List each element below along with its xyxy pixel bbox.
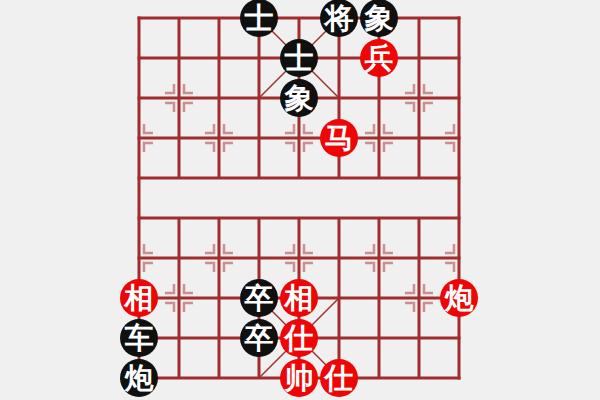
black-advisor-a[interactable]: 士	[240, 0, 278, 37]
black-advisor-b[interactable]: 士	[280, 39, 318, 77]
red-advisor-a[interactable]: 仕	[280, 319, 318, 357]
red-horse[interactable]: 马	[320, 119, 358, 157]
red-advisor-b[interactable]: 仕	[320, 359, 358, 397]
black-soldier-b[interactable]: 卒	[240, 319, 278, 357]
black-chariot[interactable]: 车	[120, 319, 158, 357]
black-elephant-b[interactable]: 象	[280, 79, 318, 117]
xiangqi-board: 士将象士象卒卒车炮兵马相相炮仕帅仕	[0, 0, 600, 400]
red-cannon[interactable]: 炮	[440, 279, 478, 317]
red-elephant-a[interactable]: 相	[120, 279, 158, 317]
red-general[interactable]: 帅	[280, 359, 318, 397]
red-elephant-b[interactable]: 相	[280, 279, 318, 317]
black-cannon[interactable]: 炮	[120, 359, 158, 397]
black-soldier-a[interactable]: 卒	[240, 279, 278, 317]
black-general[interactable]: 将	[320, 0, 358, 37]
black-elephant-a[interactable]: 象	[360, 0, 398, 37]
red-soldier[interactable]: 兵	[360, 39, 398, 77]
pieces-layer: 士将象士象卒卒车炮兵马相相炮仕帅仕	[119, 0, 479, 398]
